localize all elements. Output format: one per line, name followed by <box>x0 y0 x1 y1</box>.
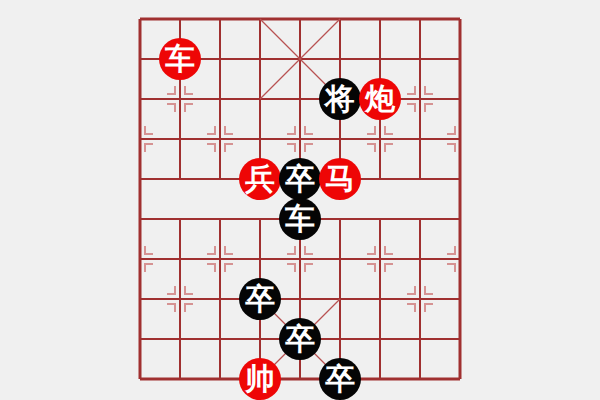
piece-black-soldier[interactable]: 卒 <box>279 318 321 360</box>
xiangqi-board[interactable]: 车将炮兵卒马车卒卒帅卒 <box>120 0 480 399</box>
piece-black-general[interactable]: 将 <box>319 78 361 120</box>
piece-red-cannon[interactable]: 炮 <box>359 78 401 120</box>
piece-black-soldier[interactable]: 卒 <box>279 158 321 200</box>
piece-black-soldier[interactable]: 卒 <box>239 278 281 320</box>
piece-black-chariot[interactable]: 车 <box>279 198 321 240</box>
piece-red-general[interactable]: 帅 <box>239 358 281 400</box>
xiangqi-diagram: 车将炮兵卒马车卒卒帅卒 <box>0 0 600 400</box>
piece-red-soldier[interactable]: 兵 <box>239 158 281 200</box>
piece-red-horse[interactable]: 马 <box>319 158 361 200</box>
piece-red-chariot[interactable]: 车 <box>159 38 201 80</box>
piece-black-soldier[interactable]: 卒 <box>319 358 361 400</box>
